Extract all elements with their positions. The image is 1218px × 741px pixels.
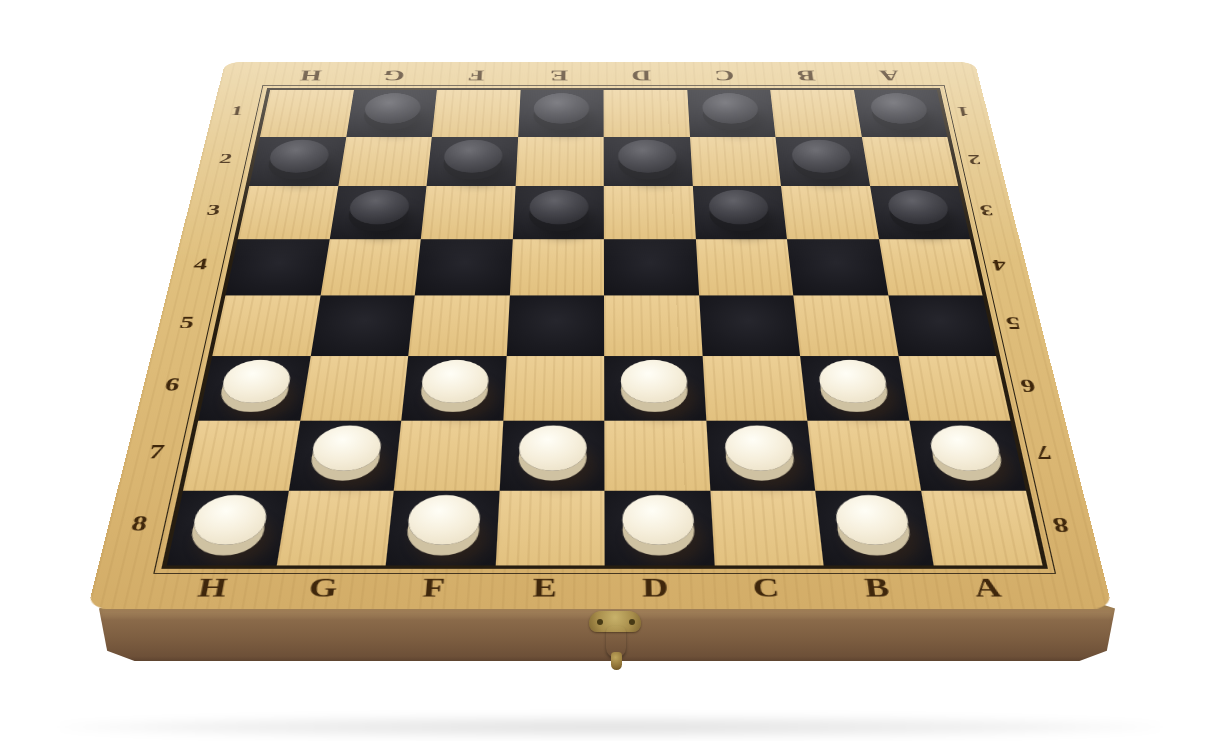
square-a4[interactable]	[878, 239, 982, 295]
file-label-bottom-d: D	[600, 570, 712, 605]
rank-label-left-6: 6	[141, 353, 203, 418]
square-h8[interactable]	[167, 490, 289, 565]
square-c2[interactable]	[690, 137, 781, 187]
square-e1[interactable]	[518, 90, 604, 137]
square-e5[interactable]	[506, 295, 604, 355]
black-piece-d2[interactable]	[618, 140, 676, 173]
square-b6[interactable]	[800, 356, 909, 421]
black-piece-a3[interactable]	[885, 190, 951, 225]
square-c4[interactable]	[695, 239, 793, 295]
square-h1[interactable]	[260, 90, 353, 137]
black-piece-h2[interactable]	[267, 140, 331, 173]
square-b5[interactable]	[793, 295, 898, 355]
square-e3[interactable]	[512, 186, 604, 239]
square-f1[interactable]	[432, 90, 520, 137]
rank-label-left-4: 4	[172, 237, 229, 293]
square-g2[interactable]	[338, 137, 432, 187]
square-g6[interactable]	[300, 356, 408, 421]
file-label-top-b: B	[764, 65, 849, 85]
square-c3[interactable]	[692, 186, 787, 239]
file-labels-top: HGFEDCBA	[268, 65, 933, 85]
rank-label-left-5: 5	[157, 293, 216, 353]
file-label-top-f: F	[434, 65, 518, 85]
square-a5[interactable]	[888, 295, 996, 355]
file-label-top-c: C	[682, 65, 766, 85]
file-label-bottom-g: G	[265, 570, 381, 605]
rank-label-left-3: 3	[186, 184, 240, 237]
file-label-bottom-h: H	[153, 570, 271, 605]
white-piece-b8[interactable]	[834, 495, 911, 544]
clasp-screw-left	[597, 619, 603, 625]
square-g3[interactable]	[329, 186, 426, 239]
square-g5[interactable]	[310, 295, 414, 355]
white-piece-e7[interactable]	[518, 425, 587, 471]
square-b2[interactable]	[775, 137, 869, 187]
file-labels-bottom: HGFEDCBA	[153, 570, 1047, 605]
black-piece-e1[interactable]	[533, 93, 589, 124]
square-d5[interactable]	[604, 295, 702, 355]
white-piece-c7[interactable]	[723, 425, 795, 471]
white-piece-h8[interactable]	[190, 495, 270, 544]
square-f4[interactable]	[415, 239, 513, 295]
square-g4[interactable]	[320, 239, 421, 295]
file-label-bottom-e: E	[488, 570, 600, 605]
black-piece-f2[interactable]	[443, 140, 503, 173]
square-c7[interactable]	[706, 421, 815, 491]
white-piece-d6[interactable]	[621, 360, 688, 402]
black-piece-a1[interactable]	[868, 93, 930, 124]
square-c1[interactable]	[687, 90, 776, 137]
square-a6[interactable]	[898, 356, 1010, 421]
playing-area	[161, 88, 1048, 569]
square-f2[interactable]	[426, 137, 517, 187]
rank-label-left-8: 8	[105, 487, 173, 562]
square-h2[interactable]	[249, 137, 346, 187]
square-a7[interactable]	[909, 421, 1026, 491]
square-b4[interactable]	[787, 239, 888, 295]
square-b8[interactable]	[815, 490, 933, 565]
file-label-bottom-c: C	[710, 570, 824, 605]
black-piece-b2[interactable]	[790, 140, 852, 173]
square-g8[interactable]	[276, 490, 394, 565]
square-f3[interactable]	[421, 186, 515, 239]
square-d8[interactable]	[604, 490, 714, 565]
black-piece-g1[interactable]	[363, 93, 423, 124]
square-f5[interactable]	[408, 295, 509, 355]
square-d1[interactable]	[604, 90, 690, 137]
square-d6[interactable]	[604, 356, 706, 421]
file-label-top-a: A	[846, 65, 932, 85]
rank-label-left-1: 1	[211, 88, 261, 135]
file-label-top-h: H	[268, 65, 354, 85]
square-e6[interactable]	[503, 356, 605, 421]
white-piece-a7[interactable]	[927, 425, 1004, 471]
square-h3[interactable]	[238, 186, 338, 239]
square-c5[interactable]	[699, 295, 800, 355]
black-piece-c3[interactable]	[708, 190, 770, 225]
square-e2[interactable]	[515, 137, 604, 187]
black-piece-e3[interactable]	[529, 190, 589, 225]
square-g7[interactable]	[288, 421, 401, 491]
white-piece-f8[interactable]	[406, 495, 481, 544]
file-label-bottom-b: B	[820, 570, 936, 605]
square-h7[interactable]	[183, 421, 300, 491]
file-label-top-e: E	[517, 65, 600, 85]
square-f7[interactable]	[394, 421, 503, 491]
square-d3[interactable]	[604, 186, 696, 239]
rank-label-left-7: 7	[124, 418, 188, 487]
black-piece-g3[interactable]	[347, 190, 411, 225]
white-piece-f6[interactable]	[420, 360, 489, 402]
square-b7[interactable]	[807, 421, 920, 491]
square-b1[interactable]	[770, 90, 861, 137]
white-piece-g7[interactable]	[309, 425, 383, 471]
square-g1[interactable]	[346, 90, 437, 137]
file-label-top-d: D	[600, 65, 683, 85]
square-b3[interactable]	[781, 186, 878, 239]
square-a8[interactable]	[921, 490, 1043, 565]
square-h4[interactable]	[225, 239, 329, 295]
white-piece-b6[interactable]	[817, 360, 889, 402]
square-c6[interactable]	[702, 356, 807, 421]
white-piece-d8[interactable]	[622, 495, 694, 544]
square-f6[interactable]	[401, 356, 506, 421]
game-board: HGFEDCBA HGFEDCBA 12345678 12345678	[88, 62, 1113, 608]
clasp-latch-pin	[611, 652, 622, 670]
square-c8[interactable]	[710, 490, 824, 565]
file-label-top-g: G	[351, 65, 436, 85]
square-f8[interactable]	[386, 490, 499, 565]
white-piece-h6[interactable]	[219, 360, 293, 402]
square-a3[interactable]	[870, 186, 970, 239]
square-h5[interactable]	[212, 295, 320, 355]
square-e4[interactable]	[509, 239, 604, 295]
square-a1[interactable]	[854, 90, 948, 137]
file-label-bottom-a: A	[929, 570, 1047, 605]
square-d2[interactable]	[604, 137, 693, 187]
square-e7[interactable]	[499, 421, 604, 491]
square-e8[interactable]	[495, 490, 604, 565]
file-label-bottom-f: F	[377, 570, 491, 605]
black-piece-c1[interactable]	[701, 93, 759, 124]
square-d7[interactable]	[604, 421, 710, 491]
square-h6[interactable]	[198, 356, 310, 421]
rank-label-left-2: 2	[199, 135, 251, 184]
square-a2[interactable]	[861, 137, 958, 187]
clasp-screw-right	[629, 619, 635, 625]
square-d4[interactable]	[604, 239, 699, 295]
